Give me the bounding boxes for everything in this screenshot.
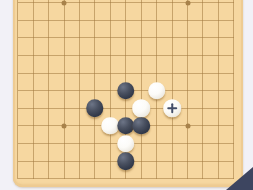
grid-line-horizontal (18, 55, 234, 56)
grid-line-horizontal (18, 20, 234, 21)
grid-line-horizontal (18, 178, 234, 179)
black-stone (117, 152, 135, 170)
star-point (185, 0, 190, 5)
go-board[interactable] (13, 0, 243, 187)
star-point (185, 123, 190, 128)
panel-corner-triangle (226, 167, 253, 190)
star-point (62, 0, 67, 5)
black-stone (132, 117, 150, 135)
grid-line-horizontal (18, 37, 234, 38)
white-stone (148, 82, 166, 100)
white-stone (132, 100, 150, 118)
grid-line-horizontal (18, 73, 234, 74)
white-stone (117, 135, 135, 153)
black-stone (117, 82, 135, 100)
app-background (0, 0, 253, 190)
grid-line-horizontal (18, 108, 234, 109)
star-point (62, 123, 67, 128)
black-stone (86, 100, 104, 118)
cursor-stone[interactable] (163, 100, 181, 118)
grid-line-horizontal (18, 2, 234, 3)
